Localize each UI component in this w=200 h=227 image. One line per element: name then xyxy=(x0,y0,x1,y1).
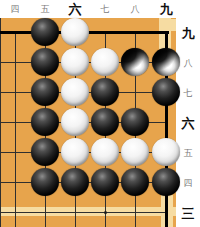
stone-black-8-4[interactable] xyxy=(121,168,149,196)
row-label-5: 五 xyxy=(184,149,193,158)
stone-white-7-8[interactable] xyxy=(91,48,119,76)
stone-white-9-5[interactable] xyxy=(152,138,180,166)
stone-black-9-7[interactable] xyxy=(152,78,180,106)
col-label-4: 四 xyxy=(11,5,20,14)
stone-white-6-7[interactable] xyxy=(61,78,89,106)
row-label-6: 六 xyxy=(182,117,195,130)
stone-black-9-4[interactable] xyxy=(152,168,180,196)
stone-black-5-7[interactable] xyxy=(31,78,59,106)
row-label-8: 八 xyxy=(184,59,193,68)
col-label-8: 八 xyxy=(131,5,140,14)
hoshi-point xyxy=(104,211,107,214)
stone-black-5-9[interactable] xyxy=(31,18,59,46)
stone-white-7-5[interactable] xyxy=(91,138,119,166)
col-label-9: 九 xyxy=(160,3,173,16)
row-label-4: 四 xyxy=(184,179,193,188)
row-label-3: 三 xyxy=(182,207,195,220)
col-label-6: 六 xyxy=(69,3,82,16)
col-label-5: 五 xyxy=(41,5,50,14)
stone-black-5-8[interactable] xyxy=(31,48,59,76)
stone-black-7-4[interactable] xyxy=(91,168,119,196)
stone-black-5-4[interactable] xyxy=(31,168,59,196)
stone-marked-9-8[interactable] xyxy=(152,48,180,76)
stone-white-6-5[interactable] xyxy=(61,138,89,166)
stone-white-6-6[interactable] xyxy=(61,108,89,136)
stone-black-7-6[interactable] xyxy=(91,108,119,136)
point-highlight-band xyxy=(159,19,176,31)
row-label-9: 九 xyxy=(182,27,195,40)
stone-marked-8-8[interactable] xyxy=(121,48,149,76)
stone-black-7-7[interactable] xyxy=(91,78,119,106)
col-label-7: 七 xyxy=(101,5,110,14)
stone-black-5-6[interactable] xyxy=(31,108,59,136)
stone-white-6-8[interactable] xyxy=(61,48,89,76)
grid-line-horizontal xyxy=(0,212,168,213)
stone-white-6-9[interactable] xyxy=(61,18,89,46)
stone-black-8-6[interactable] xyxy=(121,108,149,136)
stone-white-8-5[interactable] xyxy=(121,138,149,166)
row-label-7: 七 xyxy=(184,89,193,98)
stone-black-5-5[interactable] xyxy=(31,138,59,166)
stone-black-6-4[interactable] xyxy=(61,168,89,196)
go-board-stage[interactable]: 四五六七八九九八七六五四三 xyxy=(0,0,200,227)
